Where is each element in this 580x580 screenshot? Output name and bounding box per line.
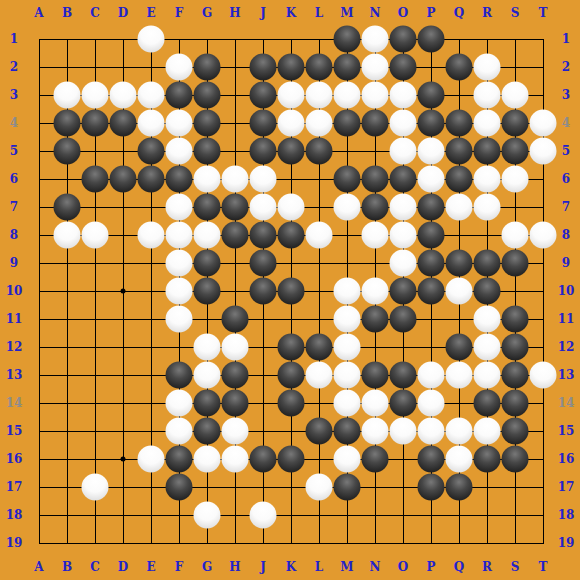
grid-line-horizontal [39,515,544,516]
stone-black-P1 [418,26,445,53]
stone-white-L4 [306,110,333,137]
row-label-left-19: 19 [6,536,23,550]
stone-black-R16 [474,446,501,473]
stone-white-F15 [166,418,193,445]
stone-black-F17 [166,474,193,501]
stone-white-O4 [390,110,417,137]
stone-white-E8 [138,222,165,249]
stone-black-N16 [362,446,389,473]
col-label-bottom-H: H [229,560,240,574]
stone-black-G7 [194,194,221,221]
stone-black-B4 [54,110,81,137]
stone-white-R3 [474,82,501,109]
col-label-top-K: K [286,6,296,20]
stone-white-R11 [474,306,501,333]
stone-black-E6 [138,166,165,193]
stone-white-D3 [110,82,137,109]
stone-black-S12 [502,334,529,361]
row-label-right-2: 2 [562,60,570,74]
row-label-left-18: 18 [6,508,23,522]
stone-white-H6 [222,166,249,193]
stone-white-F7 [166,194,193,221]
stone-white-P6 [418,166,445,193]
stone-white-T5 [530,138,557,165]
stone-white-C17 [82,474,109,501]
grid-line-horizontal [39,319,544,320]
stone-white-N15 [362,418,389,445]
stone-white-F5 [166,138,193,165]
col-label-bottom-O: O [398,560,408,574]
stone-black-S9 [502,250,529,277]
stone-white-B8 [54,222,81,249]
stone-black-S4 [502,110,529,137]
row-label-left-9: 9 [10,256,18,270]
row-label-right-6: 6 [562,172,570,186]
stone-black-H11 [222,306,249,333]
row-label-left-13: 13 [6,368,23,382]
stone-white-E1 [138,26,165,53]
row-label-right-9: 9 [562,256,570,270]
stone-white-P13 [418,362,445,389]
stone-white-O7 [390,194,417,221]
stone-white-O15 [390,418,417,445]
stone-black-N6 [362,166,389,193]
stone-black-F13 [166,362,193,389]
stone-white-Q15 [446,418,473,445]
col-label-bottom-J: J [260,560,266,574]
stone-black-L15 [306,418,333,445]
stone-white-T13 [530,362,557,389]
stone-black-Q5 [446,138,473,165]
stone-white-M11 [334,306,361,333]
stone-black-K12 [278,334,305,361]
stone-black-Q2 [446,54,473,81]
stone-black-M15 [334,418,361,445]
row-label-left-14: 14 [6,396,23,410]
stone-black-B7 [54,194,81,221]
stone-black-J2 [250,54,277,81]
stone-black-N13 [362,362,389,389]
stone-white-M7 [334,194,361,221]
stone-black-P8 [418,222,445,249]
stone-black-G9 [194,250,221,277]
row-label-right-11: 11 [558,312,575,326]
stone-black-Q12 [446,334,473,361]
stone-black-G14 [194,390,221,417]
stone-white-L13 [306,362,333,389]
stone-white-B3 [54,82,81,109]
stone-black-J4 [250,110,277,137]
stone-black-O10 [390,278,417,305]
stone-black-P10 [418,278,445,305]
stone-black-S15 [502,418,529,445]
stone-white-K7 [278,194,305,221]
row-label-left-8: 8 [10,228,18,242]
stone-black-Q6 [446,166,473,193]
row-label-right-19: 19 [558,536,575,550]
row-label-left-10: 10 [6,284,23,298]
stone-black-P4 [418,110,445,137]
stone-white-O9 [390,250,417,277]
col-label-top-L: L [315,6,323,20]
col-label-top-T: T [539,6,548,20]
stone-white-G13 [194,362,221,389]
row-label-left-5: 5 [10,144,18,158]
stone-white-R6 [474,166,501,193]
stone-white-N8 [362,222,389,249]
stone-black-R10 [474,278,501,305]
stone-black-Q4 [446,110,473,137]
stone-black-J5 [250,138,277,165]
col-label-bottom-F: F [175,560,184,574]
stone-white-L17 [306,474,333,501]
stone-black-K13 [278,362,305,389]
col-label-top-S: S [511,6,520,20]
stone-black-J10 [250,278,277,305]
stone-white-K4 [278,110,305,137]
stone-black-O14 [390,390,417,417]
goban[interactable]: AABBCCDDEEFFGGHHJJKKLLMMNNOOPPQQRRSSTT11… [0,0,580,580]
col-label-top-G: G [202,6,212,20]
stone-white-E4 [138,110,165,137]
stone-black-R5 [474,138,501,165]
row-label-left-16: 16 [6,452,23,466]
stone-black-L5 [306,138,333,165]
star-point-D10 [121,289,126,294]
col-label-bottom-C: C [90,560,100,574]
stone-black-G3 [194,82,221,109]
row-label-right-16: 16 [558,452,575,466]
stone-black-H8 [222,222,249,249]
col-label-top-C: C [90,6,100,20]
row-label-right-14: 14 [558,396,575,410]
stone-white-L8 [306,222,333,249]
stone-white-L3 [306,82,333,109]
stone-black-N7 [362,194,389,221]
stone-white-Q7 [446,194,473,221]
stone-white-F11 [166,306,193,333]
row-label-right-7: 7 [562,200,570,214]
stone-black-K14 [278,390,305,417]
stone-white-G6 [194,166,221,193]
col-label-bottom-S: S [511,560,520,574]
stone-black-C6 [82,166,109,193]
stone-black-M2 [334,54,361,81]
col-label-top-J: J [260,6,266,20]
stone-white-F10 [166,278,193,305]
stone-black-C4 [82,110,109,137]
stone-white-J6 [250,166,277,193]
stone-white-F4 [166,110,193,137]
row-label-right-17: 17 [558,480,575,494]
stone-white-S6 [502,166,529,193]
stone-white-G8 [194,222,221,249]
stone-black-R14 [474,390,501,417]
col-label-top-E: E [146,6,155,20]
stone-white-M10 [334,278,361,305]
stone-white-Q13 [446,362,473,389]
stone-white-Q10 [446,278,473,305]
stone-black-H14 [222,390,249,417]
row-label-left-7: 7 [10,200,18,214]
stone-black-D6 [110,166,137,193]
row-label-left-11: 11 [6,312,23,326]
stone-white-M13 [334,362,361,389]
col-label-top-D: D [118,6,128,20]
col-label-bottom-K: K [286,560,296,574]
row-label-left-3: 3 [10,88,18,102]
stone-black-Q17 [446,474,473,501]
stone-black-K10 [278,278,305,305]
stone-black-M4 [334,110,361,137]
stone-white-G16 [194,446,221,473]
col-label-bottom-P: P [426,560,435,574]
stone-white-H12 [222,334,249,361]
stone-black-G4 [194,110,221,137]
stone-black-P3 [418,82,445,109]
stone-white-P5 [418,138,445,165]
stone-black-F16 [166,446,193,473]
col-label-bottom-G: G [202,560,212,574]
stone-black-K2 [278,54,305,81]
stone-white-S8 [502,222,529,249]
row-label-right-10: 10 [558,284,575,298]
stone-black-P7 [418,194,445,221]
stone-black-S11 [502,306,529,333]
col-label-top-M: M [340,6,353,20]
stone-white-Q16 [446,446,473,473]
row-label-left-6: 6 [10,172,18,186]
stone-white-N10 [362,278,389,305]
col-label-top-H: H [229,6,240,20]
stone-black-L12 [306,334,333,361]
stone-black-G5 [194,138,221,165]
stone-black-J3 [250,82,277,109]
col-label-bottom-A: A [34,560,43,574]
stone-white-G18 [194,502,221,529]
stone-black-K5 [278,138,305,165]
col-label-bottom-T: T [539,560,548,574]
stone-black-K16 [278,446,305,473]
row-label-right-15: 15 [558,424,575,438]
stone-black-E5 [138,138,165,165]
stone-black-J8 [250,222,277,249]
row-label-right-5: 5 [562,144,570,158]
stone-white-N1 [362,26,389,53]
stone-white-C3 [82,82,109,109]
stone-black-S13 [502,362,529,389]
stone-white-K3 [278,82,305,109]
row-label-left-2: 2 [10,60,18,74]
stone-white-R15 [474,418,501,445]
row-label-right-8: 8 [562,228,570,242]
stone-white-E16 [138,446,165,473]
grid-line-horizontal [39,543,544,544]
stone-white-O8 [390,222,417,249]
col-label-top-B: B [62,6,72,20]
stone-black-K8 [278,222,305,249]
stone-white-O5 [390,138,417,165]
stone-white-M12 [334,334,361,361]
col-label-bottom-R: R [482,560,492,574]
stone-black-S5 [502,138,529,165]
stone-black-F3 [166,82,193,109]
stone-white-F2 [166,54,193,81]
stone-white-N2 [362,54,389,81]
col-label-bottom-B: B [62,560,72,574]
stone-white-F9 [166,250,193,277]
star-point-D16 [121,457,126,462]
stone-white-S3 [502,82,529,109]
col-label-top-F: F [175,6,184,20]
stone-black-F6 [166,166,193,193]
stone-black-G15 [194,418,221,445]
stone-black-G2 [194,54,221,81]
stone-white-M3 [334,82,361,109]
row-label-right-4: 4 [562,116,570,130]
row-label-right-1: 1 [562,32,570,46]
row-label-left-4: 4 [10,116,18,130]
stone-black-P16 [418,446,445,473]
stone-black-J16 [250,446,277,473]
col-label-top-Q: Q [454,6,464,20]
row-label-left-15: 15 [6,424,23,438]
col-label-top-A: A [34,6,43,20]
stone-white-F8 [166,222,193,249]
stone-black-O2 [390,54,417,81]
stone-black-M6 [334,166,361,193]
col-label-bottom-D: D [118,560,128,574]
stone-white-H16 [222,446,249,473]
col-label-top-R: R [482,6,492,20]
row-label-right-13: 13 [558,368,575,382]
stone-black-L2 [306,54,333,81]
stone-white-O3 [390,82,417,109]
stone-black-H13 [222,362,249,389]
stone-white-F14 [166,390,193,417]
stone-white-R4 [474,110,501,137]
col-label-bottom-M: M [340,560,353,574]
stone-black-Q9 [446,250,473,277]
stone-black-D4 [110,110,137,137]
stone-white-N14 [362,390,389,417]
col-label-bottom-Q: Q [454,560,464,574]
stone-white-E3 [138,82,165,109]
row-label-right-3: 3 [562,88,570,102]
stone-black-M17 [334,474,361,501]
col-label-top-O: O [398,6,408,20]
stone-black-N11 [362,306,389,333]
row-label-left-12: 12 [6,340,23,354]
stone-black-B5 [54,138,81,165]
stone-white-T8 [530,222,557,249]
stone-black-H7 [222,194,249,221]
col-label-bottom-N: N [370,560,381,574]
stone-black-N4 [362,110,389,137]
row-label-left-1: 1 [10,32,18,46]
stone-white-M14 [334,390,361,417]
stone-white-R13 [474,362,501,389]
stone-black-J9 [250,250,277,277]
row-label-right-12: 12 [558,340,575,354]
col-label-top-N: N [370,6,381,20]
stone-black-O6 [390,166,417,193]
col-label-bottom-E: E [146,560,155,574]
col-label-bottom-L: L [315,560,323,574]
stone-white-R7 [474,194,501,221]
stone-black-S16 [502,446,529,473]
stone-white-G12 [194,334,221,361]
stone-black-M1 [334,26,361,53]
stone-white-R12 [474,334,501,361]
stone-black-S14 [502,390,529,417]
stone-white-M16 [334,446,361,473]
col-label-top-P: P [426,6,435,20]
stone-white-H15 [222,418,249,445]
stone-black-G10 [194,278,221,305]
stone-white-P15 [418,418,445,445]
stone-black-R9 [474,250,501,277]
stone-black-P9 [418,250,445,277]
stone-white-N3 [362,82,389,109]
stone-black-O13 [390,362,417,389]
stone-white-T4 [530,110,557,137]
stone-black-P17 [418,474,445,501]
row-label-left-17: 17 [6,480,23,494]
stone-black-O11 [390,306,417,333]
stone-white-J7 [250,194,277,221]
stone-white-R2 [474,54,501,81]
stone-white-C8 [82,222,109,249]
stone-black-O1 [390,26,417,53]
row-label-right-18: 18 [558,508,575,522]
stone-white-J18 [250,502,277,529]
stone-white-P14 [418,390,445,417]
